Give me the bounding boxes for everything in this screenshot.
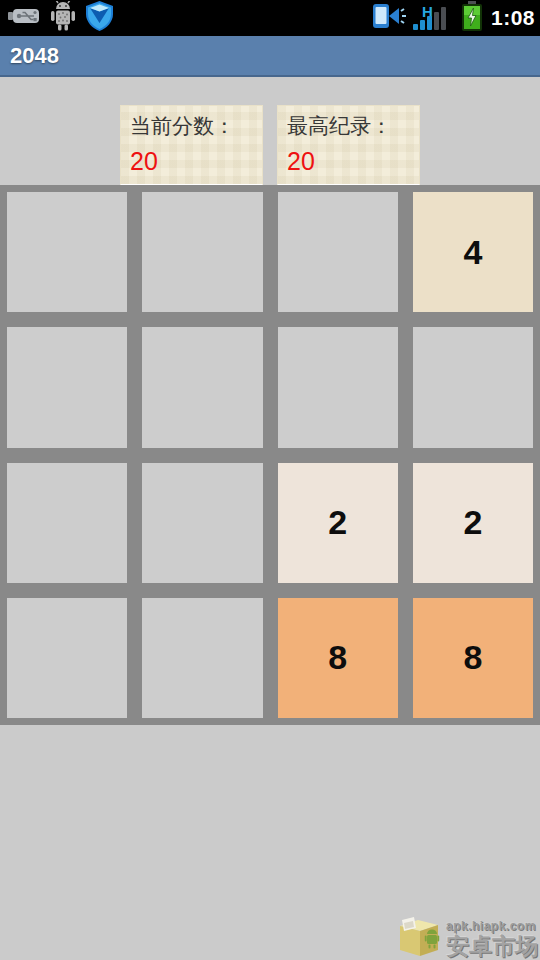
board-cell (7, 598, 127, 718)
current-score-box: 当前分数： 20 (120, 105, 263, 185)
game-board[interactable]: 4 2 2 8 8 (0, 185, 540, 725)
best-score-box: 最高纪录： 20 (277, 105, 420, 185)
board-cell: 8 (413, 598, 533, 718)
board-cell (278, 192, 398, 312)
board-cell (7, 192, 127, 312)
title-bar: 2048 (0, 36, 540, 77)
app-title: 2048 (10, 43, 59, 69)
board-cell (413, 327, 533, 447)
board-cell (7, 327, 127, 447)
board-cell (7, 463, 127, 583)
usb-icon (8, 7, 40, 29)
best-score-label: 最高纪录： (287, 111, 410, 141)
phone-ringer-icon (371, 2, 407, 34)
best-score-value: 20 (287, 146, 410, 176)
board-cell: 8 (278, 598, 398, 718)
current-score-value: 20 (130, 146, 253, 176)
board-cell (142, 463, 262, 583)
board-cell: 4 (413, 192, 533, 312)
watermark-market-name: 安卓市场 (446, 933, 538, 959)
board-cell (142, 598, 262, 718)
status-bar-left (3, 1, 113, 35)
board-cell (278, 327, 398, 447)
phone-screen: H 1:08 2048 当前分数： 20 (0, 0, 540, 960)
market-watermark: apk.hiapk.com 安卓市场 (394, 914, 540, 960)
board-cell (142, 327, 262, 447)
score-row: 当前分数： 20 最高纪录： 20 (0, 105, 540, 185)
security-shield-icon (86, 1, 113, 35)
status-bar-right: H 1:08 (371, 1, 537, 35)
status-clock: 1:08 (489, 6, 537, 30)
board-cell: 2 (278, 463, 398, 583)
signal-bars-icon (413, 7, 446, 30)
status-bar: H 1:08 (0, 0, 540, 36)
current-score-label: 当前分数： (130, 111, 253, 141)
android-debug-icon (50, 1, 76, 35)
battery-charging-icon (461, 1, 483, 35)
watermark-site-text: apk.hiapk.com (446, 919, 536, 933)
market-box-icon (394, 914, 442, 960)
hspa-signal-icon: H (413, 4, 455, 32)
board-cell: 2 (413, 463, 533, 583)
board-cell (142, 192, 262, 312)
